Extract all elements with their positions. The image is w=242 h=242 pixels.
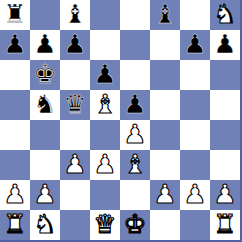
white-rook: ♜ bbox=[213, 209, 236, 239]
black-bishop: ♝ bbox=[153, 0, 176, 29]
square-f2[interactable]: ♟ bbox=[150, 180, 180, 210]
square-f4[interactable] bbox=[150, 120, 180, 150]
square-a2[interactable]: ♟ bbox=[0, 180, 30, 210]
square-d6[interactable]: ♟ bbox=[90, 60, 120, 90]
square-f1[interactable] bbox=[150, 210, 180, 240]
square-b7[interactable]: ♟ bbox=[30, 30, 60, 60]
square-b8[interactable] bbox=[30, 0, 60, 30]
black-pawn: ♟ bbox=[183, 29, 206, 59]
square-f3[interactable] bbox=[150, 150, 180, 180]
square-b2[interactable]: ♟ bbox=[30, 180, 60, 210]
square-g7[interactable]: ♟ bbox=[180, 30, 210, 60]
square-h3[interactable] bbox=[210, 150, 240, 180]
square-g4[interactable] bbox=[180, 120, 210, 150]
square-c5[interactable]: ♛ bbox=[60, 90, 90, 120]
square-c2[interactable] bbox=[60, 180, 90, 210]
square-h1[interactable]: ♜ bbox=[210, 210, 240, 240]
white-rook: ♜ bbox=[3, 209, 26, 239]
square-h4[interactable] bbox=[210, 120, 240, 150]
black-knight: ♞ bbox=[33, 89, 56, 119]
square-c1[interactable] bbox=[60, 210, 90, 240]
square-g6[interactable] bbox=[180, 60, 210, 90]
square-c8[interactable]: ♝ bbox=[60, 0, 90, 30]
black-pawn: ♟ bbox=[63, 29, 86, 59]
black-pawn: ♟ bbox=[33, 29, 56, 59]
black-pawn: ♟ bbox=[213, 29, 236, 59]
square-f7[interactable] bbox=[150, 30, 180, 60]
square-e4[interactable]: ♟ bbox=[120, 120, 150, 150]
square-d4[interactable] bbox=[90, 120, 120, 150]
square-d5[interactable]: ♝ bbox=[90, 90, 120, 120]
white-bishop: ♝ bbox=[123, 149, 146, 179]
white-queen: ♛ bbox=[93, 209, 116, 239]
square-e7[interactable] bbox=[120, 30, 150, 60]
square-g5[interactable] bbox=[180, 90, 210, 120]
square-d7[interactable] bbox=[90, 30, 120, 60]
square-h7[interactable]: ♟ bbox=[210, 30, 240, 60]
black-king: ♚ bbox=[33, 59, 56, 89]
black-pawn: ♟ bbox=[93, 59, 116, 89]
square-a1[interactable]: ♜ bbox=[0, 210, 30, 240]
square-d1[interactable]: ♛ bbox=[90, 210, 120, 240]
square-b6[interactable]: ♚ bbox=[30, 60, 60, 90]
square-c3[interactable]: ♟ bbox=[60, 150, 90, 180]
square-e8[interactable] bbox=[120, 0, 150, 30]
white-pawn: ♟ bbox=[123, 119, 146, 149]
square-b5[interactable]: ♞ bbox=[30, 90, 60, 120]
square-e2[interactable] bbox=[120, 180, 150, 210]
square-h2[interactable]: ♟ bbox=[210, 180, 240, 210]
square-e5[interactable]: ♟ bbox=[120, 90, 150, 120]
white-knight: ♞ bbox=[213, 0, 236, 29]
square-f8[interactable]: ♝ bbox=[150, 0, 180, 30]
square-e6[interactable] bbox=[120, 60, 150, 90]
chess-board: ♜♝♝♞♟♟♟♟♟♚♟♞♛♝♟♟♟♟♝♟♟♟♟♟♜♞♛♚♜ bbox=[0, 0, 242, 242]
square-a7[interactable]: ♟ bbox=[0, 30, 30, 60]
white-king: ♚ bbox=[123, 209, 146, 239]
square-d3[interactable]: ♟ bbox=[90, 150, 120, 180]
square-c4[interactable] bbox=[60, 120, 90, 150]
white-pawn: ♟ bbox=[3, 179, 26, 209]
square-f6[interactable] bbox=[150, 60, 180, 90]
white-pawn: ♟ bbox=[93, 149, 116, 179]
square-d2[interactable] bbox=[90, 180, 120, 210]
square-g2[interactable]: ♟ bbox=[180, 180, 210, 210]
white-pawn: ♟ bbox=[63, 149, 86, 179]
square-h8[interactable]: ♞ bbox=[210, 0, 240, 30]
white-pawn: ♟ bbox=[183, 179, 206, 209]
square-a6[interactable] bbox=[0, 60, 30, 90]
square-b3[interactable] bbox=[30, 150, 60, 180]
black-bishop: ♝ bbox=[63, 0, 86, 29]
black-pawn: ♟ bbox=[123, 89, 146, 119]
black-pawn: ♟ bbox=[3, 29, 26, 59]
black-queen: ♛ bbox=[63, 89, 86, 119]
black-rook: ♜ bbox=[3, 0, 26, 29]
square-a5[interactable] bbox=[0, 90, 30, 120]
square-g8[interactable] bbox=[180, 0, 210, 30]
square-e1[interactable]: ♚ bbox=[120, 210, 150, 240]
square-d8[interactable] bbox=[90, 0, 120, 30]
white-knight: ♞ bbox=[33, 209, 56, 239]
square-a8[interactable]: ♜ bbox=[0, 0, 30, 30]
white-bishop: ♝ bbox=[93, 89, 116, 119]
square-f5[interactable] bbox=[150, 90, 180, 120]
square-g3[interactable] bbox=[180, 150, 210, 180]
white-pawn: ♟ bbox=[213, 179, 236, 209]
square-h5[interactable] bbox=[210, 90, 240, 120]
square-b4[interactable] bbox=[30, 120, 60, 150]
white-pawn: ♟ bbox=[153, 179, 176, 209]
square-e3[interactable]: ♝ bbox=[120, 150, 150, 180]
white-pawn: ♟ bbox=[33, 179, 56, 209]
square-c6[interactable] bbox=[60, 60, 90, 90]
square-h6[interactable] bbox=[210, 60, 240, 90]
square-b1[interactable]: ♞ bbox=[30, 210, 60, 240]
square-g1[interactable] bbox=[180, 210, 210, 240]
square-a4[interactable] bbox=[0, 120, 30, 150]
square-c7[interactable]: ♟ bbox=[60, 30, 90, 60]
square-a3[interactable] bbox=[0, 150, 30, 180]
